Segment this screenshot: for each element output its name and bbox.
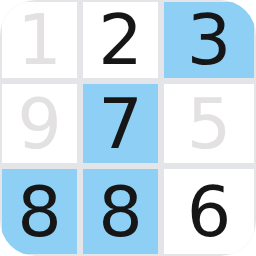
cell-digit: 5 [187,89,232,159]
cell-digit: 8 [17,177,62,247]
sudoku-board: 1 2 3 9 7 5 8 8 6 [0,0,256,256]
sudoku-app-icon: 1 2 3 9 7 5 8 8 6 [0,0,256,256]
cell-digit: 3 [187,5,232,75]
sudoku-cell-r1c2[interactable]: 2 [83,2,158,78]
cell-digit: 1 [17,5,62,75]
sudoku-cell-r2c1[interactable]: 9 [2,84,77,163]
sudoku-cell-r1c1[interactable]: 1 [2,2,77,78]
cell-digit: 8 [98,177,143,247]
cell-digit: 6 [187,177,232,247]
sudoku-cell-r1c3[interactable]: 3 [164,2,254,78]
sudoku-cell-r2c2[interactable]: 7 [83,84,158,163]
sudoku-cell-r3c3[interactable]: 6 [164,169,254,254]
sudoku-cell-r2c3[interactable]: 5 [164,84,254,163]
sudoku-cell-r3c1[interactable]: 8 [2,169,77,254]
cell-digit: 2 [98,5,143,75]
cell-digit: 7 [98,89,143,159]
sudoku-cell-r3c2[interactable]: 8 [83,169,158,254]
cell-digit: 9 [17,89,62,159]
